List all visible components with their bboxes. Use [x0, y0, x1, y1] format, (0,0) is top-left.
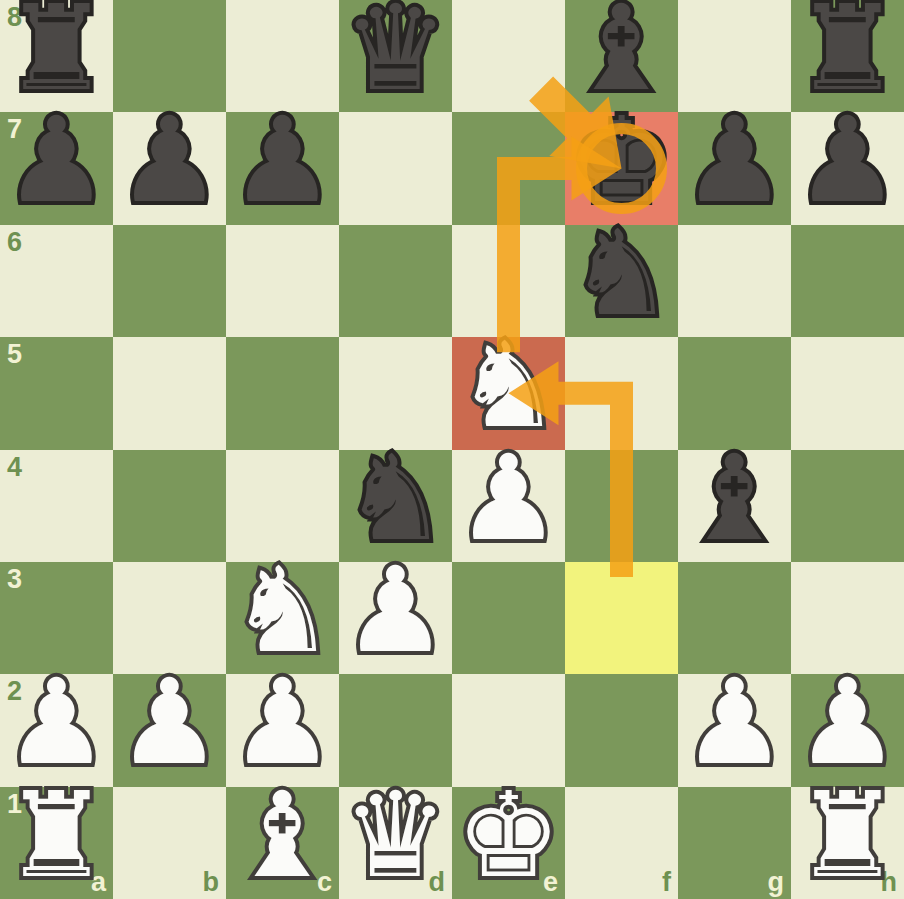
- piece-white-rook[interactable]: ♜♜: [791, 787, 904, 899]
- square-b4[interactable]: [113, 450, 226, 562]
- square-e1[interactable]: e♚♚: [452, 787, 565, 899]
- piece-fill-layer: ♝: [678, 442, 791, 554]
- piece-fill-layer: ♛: [339, 0, 452, 104]
- rank-label-4: 4: [7, 454, 22, 481]
- square-h5[interactable]: [791, 337, 904, 449]
- piece-black-knight[interactable]: ♞♞: [565, 225, 678, 337]
- file-label-f: f: [662, 869, 671, 896]
- piece-white-pawn[interactable]: ♟♟: [113, 674, 226, 786]
- square-a1[interactable]: 1a♜♜: [0, 787, 113, 899]
- piece-white-rook[interactable]: ♜♜: [0, 787, 113, 899]
- square-h4[interactable]: [791, 450, 904, 562]
- square-f6[interactable]: ♞♞: [565, 225, 678, 337]
- chess-board: 8♜♜♛♛♝♝♜♜7♟♟♟♟♟♟♚♚♟♟♟♟6♞♞5♞♞4♞♞♟♟♝♝3♞♞♟♟…: [0, 0, 904, 899]
- piece-fill-layer: ♜: [0, 779, 113, 891]
- square-g6[interactable]: [678, 225, 791, 337]
- piece-fill-layer: ♚: [452, 779, 565, 891]
- square-d8[interactable]: ♛♛: [339, 0, 452, 112]
- piece-fill-layer: ♟: [0, 666, 113, 778]
- piece-fill-layer: ♟: [452, 442, 565, 554]
- piece-fill-layer: ♟: [0, 104, 113, 216]
- file-label-b: b: [203, 869, 220, 896]
- piece-black-pawn[interactable]: ♟♟: [113, 112, 226, 224]
- piece-white-bishop[interactable]: ♝♝: [226, 787, 339, 899]
- square-d1[interactable]: d♛♛: [339, 787, 452, 899]
- rank-label-3: 3: [7, 566, 22, 593]
- square-d3[interactable]: ♟♟: [339, 562, 452, 674]
- square-f5[interactable]: [565, 337, 678, 449]
- square-g4[interactable]: ♝♝: [678, 450, 791, 562]
- square-f1[interactable]: f: [565, 787, 678, 899]
- piece-fill-layer: ♟: [226, 104, 339, 216]
- piece-black-bishop[interactable]: ♝♝: [678, 450, 791, 562]
- piece-fill-layer: ♞: [226, 554, 339, 666]
- piece-fill-layer: ♜: [791, 779, 904, 891]
- square-f4[interactable]: [565, 450, 678, 562]
- square-e4[interactable]: ♟♟: [452, 450, 565, 562]
- piece-white-pawn[interactable]: ♟♟: [452, 450, 565, 562]
- piece-fill-layer: ♟: [113, 666, 226, 778]
- piece-fill-layer: ♞: [452, 329, 565, 441]
- square-f2[interactable]: [565, 674, 678, 786]
- piece-fill-layer: ♟: [791, 666, 904, 778]
- square-d7[interactable]: [339, 112, 452, 224]
- piece-fill-layer: ♟: [678, 666, 791, 778]
- piece-fill-layer: ♚: [565, 104, 678, 216]
- piece-white-pawn[interactable]: ♟♟: [678, 674, 791, 786]
- piece-fill-layer: ♜: [0, 0, 113, 104]
- square-b6[interactable]: [113, 225, 226, 337]
- square-h1[interactable]: h♜♜: [791, 787, 904, 899]
- square-b2[interactable]: ♟♟: [113, 674, 226, 786]
- piece-fill-layer: ♟: [226, 666, 339, 778]
- piece-black-queen[interactable]: ♛♛: [339, 0, 452, 112]
- square-a7[interactable]: 7♟♟: [0, 112, 113, 224]
- square-c5[interactable]: [226, 337, 339, 449]
- square-h7[interactable]: ♟♟: [791, 112, 904, 224]
- square-h6[interactable]: [791, 225, 904, 337]
- square-d6[interactable]: [339, 225, 452, 337]
- square-a4[interactable]: 4: [0, 450, 113, 562]
- piece-fill-layer: ♝: [226, 779, 339, 891]
- piece-fill-layer: ♜: [791, 0, 904, 104]
- piece-black-pawn[interactable]: ♟♟: [0, 112, 113, 224]
- square-a5[interactable]: 5: [0, 337, 113, 449]
- square-b5[interactable]: [113, 337, 226, 449]
- piece-black-pawn[interactable]: ♟♟: [226, 112, 339, 224]
- square-e8[interactable]: [452, 0, 565, 112]
- square-g1[interactable]: g: [678, 787, 791, 899]
- piece-black-pawn[interactable]: ♟♟: [791, 112, 904, 224]
- piece-white-king[interactable]: ♚♚: [452, 787, 565, 899]
- board-squares: 8♜♜♛♛♝♝♜♜7♟♟♟♟♟♟♚♚♟♟♟♟6♞♞5♞♞4♞♞♟♟♝♝3♞♞♟♟…: [0, 0, 904, 899]
- piece-fill-layer: ♟: [678, 104, 791, 216]
- square-e7[interactable]: [452, 112, 565, 224]
- piece-black-pawn[interactable]: ♟♟: [678, 112, 791, 224]
- rank-label-6: 6: [7, 229, 22, 256]
- square-g2[interactable]: ♟♟: [678, 674, 791, 786]
- piece-white-pawn[interactable]: ♟♟: [339, 562, 452, 674]
- piece-white-queen[interactable]: ♛♛: [339, 787, 452, 899]
- piece-fill-layer: ♟: [339, 554, 452, 666]
- piece-fill-layer: ♟: [791, 104, 904, 216]
- piece-fill-layer: ♟: [113, 104, 226, 216]
- piece-fill-layer: ♝: [565, 0, 678, 104]
- square-c7[interactable]: ♟♟: [226, 112, 339, 224]
- square-c6[interactable]: [226, 225, 339, 337]
- square-g7[interactable]: ♟♟: [678, 112, 791, 224]
- square-b1[interactable]: b: [113, 787, 226, 899]
- square-c1[interactable]: c♝♝: [226, 787, 339, 899]
- piece-fill-layer: ♛: [339, 779, 452, 891]
- rank-label-5: 5: [7, 341, 22, 368]
- piece-fill-layer: ♞: [565, 217, 678, 329]
- file-label-g: g: [768, 869, 785, 896]
- square-a6[interactable]: 6: [0, 225, 113, 337]
- square-e3[interactable]: [452, 562, 565, 674]
- piece-fill-layer: ♞: [339, 442, 452, 554]
- square-f3[interactable]: [565, 562, 678, 674]
- square-b7[interactable]: ♟♟: [113, 112, 226, 224]
